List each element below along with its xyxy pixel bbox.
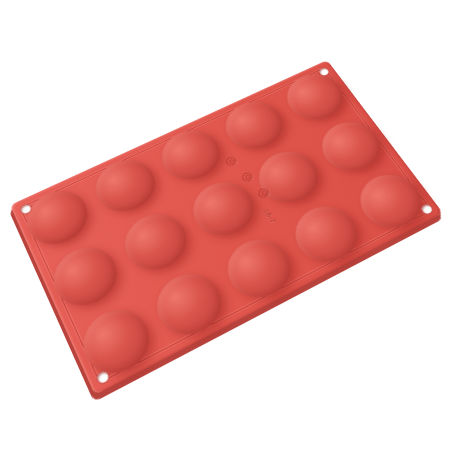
mold-dome-r2c4 xyxy=(248,143,329,213)
product-photo-stage: 15-7 xyxy=(0,0,450,450)
mold-dome-r2c2 xyxy=(115,205,197,281)
mold-dome-r2c5 xyxy=(311,114,392,181)
mold-dome-r1c4 xyxy=(216,94,294,159)
embossed-cert-stamp-icon xyxy=(240,171,254,183)
mold-dome-r3c1 xyxy=(73,299,160,385)
mold-dome-r3c4 xyxy=(284,197,369,272)
mold-dome-r2c3 xyxy=(183,173,265,246)
mold-dome-r1c1 xyxy=(18,182,97,255)
mold-dome-r3c3 xyxy=(217,230,303,309)
mold-dome-r3c2 xyxy=(147,264,233,346)
embossed-code-text: 15-7 xyxy=(262,208,277,225)
mold-dome-r1c2 xyxy=(87,151,165,221)
dome-grid xyxy=(10,60,327,205)
mold-dome-r1c5 xyxy=(277,66,354,128)
mold-dome-r2c1 xyxy=(44,237,127,316)
embossed-cert-stamp-icon xyxy=(224,155,238,167)
mold-dome-r3c5 xyxy=(349,166,434,238)
mold-dome-r1c3 xyxy=(152,122,230,189)
silicone-mold-sheet: 15-7 xyxy=(10,60,443,395)
